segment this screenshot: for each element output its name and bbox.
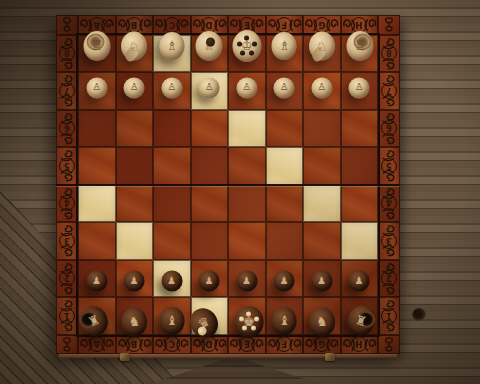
piece-black-knight-b1[interactable]: ♞ — [121, 307, 147, 336]
piece-black-pawn-h2[interactable]: ♟ — [349, 271, 370, 292]
piece-white-pawn-c7[interactable]: ♙ — [161, 77, 182, 98]
piece-white-pawn-b7[interactable]: ♙ — [124, 77, 145, 98]
pieces-layer: ♖♘♗♕♔♗♘♖♙♙♙♙♙♙♙♙♟♟♟♟♟♟♟♟♜♞♝♛♚♝♞♜ — [78, 35, 378, 335]
piece-black-pawn-d2[interactable]: ♟ — [199, 271, 220, 292]
coordinate-medallion: G — [314, 17, 330, 33]
photo-scene: Wooden folding chess set, overhead view,… — [0, 0, 480, 384]
coordinate-medallion: 5 — [59, 158, 75, 174]
piece-glyph: ♟ — [355, 276, 364, 286]
piece-black-king-e1[interactable]: ♚ — [234, 306, 263, 338]
piece-glyph: ♟ — [317, 276, 326, 286]
piece-glyph: ♟ — [280, 276, 289, 286]
piece-glyph: ♙ — [280, 83, 289, 93]
piece-glyph: ♕ — [203, 39, 215, 52]
coordinate-medallion: 3 — [59, 233, 75, 249]
piece-black-pawn-b2[interactable]: ♟ — [124, 271, 145, 292]
piece-glyph: ♘ — [316, 39, 328, 52]
piece-white-pawn-a7[interactable]: ♙ — [86, 77, 107, 98]
piece-white-pawn-h7[interactable]: ♙ — [349, 77, 370, 98]
piece-white-king-e8[interactable]: ♔ — [232, 30, 261, 62]
piece-glyph: ♟ — [167, 276, 176, 286]
piece-black-pawn-c2[interactable]: ♟ — [161, 271, 182, 292]
piece-glyph: ♞ — [128, 315, 140, 328]
piece-black-bishop-c1[interactable]: ♝ — [159, 307, 184, 335]
piece-glyph: ♟ — [130, 276, 139, 286]
coordinate-medallion: C — [164, 336, 180, 352]
king-crown-bead — [252, 41, 257, 46]
piece-glyph: ♙ — [130, 83, 139, 93]
piece-glyph: ♟ — [92, 276, 101, 286]
piece-white-rook-a8[interactable]: ♖ — [83, 31, 110, 61]
piece-glyph: ♙ — [92, 83, 101, 93]
coordinate-medallion: 7 — [59, 83, 75, 99]
coordinate-medallion: B — [126, 17, 142, 33]
king-crown-bead — [254, 317, 259, 322]
piece-white-pawn-g7[interactable]: ♙ — [311, 77, 332, 98]
coordinate-medallion: E — [239, 336, 255, 352]
piece-white-pawn-e7[interactable]: ♙ — [236, 77, 257, 98]
piece-glyph: ♚ — [243, 315, 255, 328]
piece-black-bishop-f1[interactable]: ♝ — [272, 307, 297, 335]
piece-glyph: ♗ — [278, 39, 290, 52]
piece-glyph: ♘ — [128, 39, 140, 52]
piece-black-rook-a1[interactable]: ♜ — [75, 301, 112, 340]
coordinate-medallion: 7 — [381, 83, 397, 99]
coordinate-medallion: C — [164, 17, 180, 33]
piece-glyph: ♙ — [317, 83, 326, 93]
piece-white-bishop-c8[interactable]: ♗ — [159, 32, 184, 60]
coordinate-medallion: 5 — [381, 158, 397, 174]
piece-white-knight-g8[interactable]: ♘ — [309, 32, 335, 61]
coordinate-medallion: F — [276, 17, 292, 33]
coordinate-medallion: 3 — [381, 233, 397, 249]
piece-glyph: ♙ — [205, 83, 214, 93]
piece-glyph: ♙ — [242, 83, 251, 93]
coordinate-medallion: 1 — [381, 308, 397, 324]
piece-black-pawn-g2[interactable]: ♟ — [311, 271, 332, 292]
piece-white-rook-h8[interactable]: ♖ — [347, 31, 374, 61]
clasp-right[interactable] — [325, 353, 335, 361]
piece-glyph: ♝ — [166, 314, 178, 327]
piece-white-knight-b8[interactable]: ♘ — [121, 32, 147, 61]
piece-glyph: ♞ — [316, 315, 328, 328]
piece-white-pawn-f7[interactable]: ♙ — [274, 77, 295, 98]
clasp-left[interactable] — [120, 353, 130, 361]
piece-glyph: ♖ — [354, 39, 366, 52]
coordinate-medallion: A — [89, 336, 105, 352]
piece-glyph: ♖ — [91, 39, 103, 52]
piece-white-bishop-f8[interactable]: ♗ — [272, 32, 297, 60]
piece-glyph: ♙ — [355, 83, 364, 93]
coordinate-medallion: 1 — [59, 308, 75, 324]
piece-black-rook-h1[interactable]: ♜ — [344, 303, 378, 339]
piece-glyph: ♟ — [205, 276, 214, 286]
chess-board: ABCDEFGH ABCDEFGH 87654321 87654321 ♖♘♗♕… — [56, 15, 400, 354]
piece-glyph: ♝ — [278, 314, 290, 327]
piece-glyph: ♙ — [167, 83, 176, 93]
piece-glyph: ♗ — [166, 39, 178, 52]
piece-glyph: ♔ — [241, 39, 253, 52]
piece-black-pawn-e2[interactable]: ♟ — [236, 271, 257, 292]
piece-black-knight-g1[interactable]: ♞ — [309, 307, 335, 336]
piece-black-pawn-a2[interactable]: ♟ — [86, 271, 107, 292]
piece-white-queen-d8[interactable]: ♕ — [196, 31, 223, 61]
coordinate-medallion: G — [314, 336, 330, 352]
piece-black-pawn-f2[interactable]: ♟ — [274, 271, 295, 292]
piece-glyph: ♟ — [242, 276, 251, 286]
piece-white-pawn-d7[interactable]: ♙ — [199, 77, 220, 98]
